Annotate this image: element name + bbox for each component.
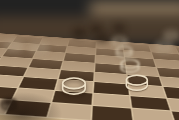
checker-dark-c7: ⛂: [72, 23, 86, 40]
checker-white-h6: ⛀: [164, 26, 178, 43]
checker-dark-f7: ⛂: [112, 19, 125, 35]
square-e1: [91, 106, 132, 120]
square-f1: [132, 109, 175, 120]
corner-shadow: [0, 92, 62, 120]
checker-white-b6: ⛀: [31, 38, 46, 56]
checker-dark-e6: ⛂: [95, 29, 108, 45]
square-b4: [0, 65, 28, 76]
checker-white-d2: ⛀: [61, 68, 88, 100]
checkers-photo-scene: ⛀⛀⛀⛀⛀⛀⛀⛀⛀⛂⛂⛂⛂⛂: [0, 0, 179, 120]
checker-white-a6: ⛀: [5, 36, 20, 54]
